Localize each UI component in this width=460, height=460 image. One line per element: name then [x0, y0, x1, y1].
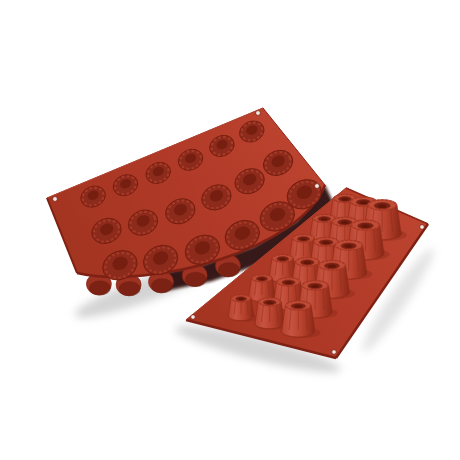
- bump-dimple-center: [259, 278, 265, 280]
- bump-dimple-center: [328, 265, 336, 268]
- hang-hole: [332, 350, 337, 355]
- bump-dimple-center: [360, 202, 368, 205]
- bump-dimple-center: [361, 225, 370, 228]
- hang-hole: [53, 197, 58, 202]
- silicone-molds-illustration: [0, 0, 460, 460]
- underside-bump-shade: [89, 281, 111, 296]
- bump-dimple-center: [285, 282, 292, 284]
- underside-bump-shade: [151, 278, 173, 293]
- product-photo: [0, 0, 460, 460]
- hang-hole: [315, 184, 320, 189]
- bump-dimple-center: [378, 205, 387, 208]
- bump-dimple-center: [322, 242, 330, 245]
- bump-dimple-center: [311, 285, 319, 288]
- hang-hole: [256, 111, 261, 116]
- hang-hole: [191, 315, 196, 320]
- bump-dimple-center: [321, 218, 328, 220]
- bump-dimple-center: [300, 238, 307, 240]
- bump-dimple-center: [304, 262, 311, 264]
- bump-dimple-center: [345, 245, 353, 248]
- bump-dimple-center: [280, 258, 286, 260]
- bump-dimple-center: [342, 198, 349, 200]
- bump-dimple-center: [238, 298, 244, 300]
- underside-bump-shade: [218, 262, 240, 277]
- bump-dimple-center: [294, 306, 302, 309]
- underside-bump-shade: [185, 272, 207, 287]
- hang-hole: [420, 225, 425, 230]
- bump-dimple-center: [266, 302, 273, 304]
- bump-dimple-center: [341, 222, 349, 225]
- underside-bump-shade: [119, 281, 141, 296]
